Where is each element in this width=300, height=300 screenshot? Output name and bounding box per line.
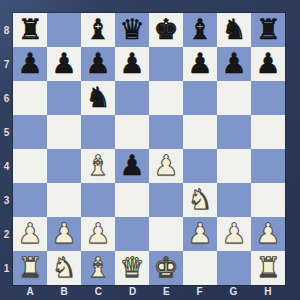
square-g1[interactable]	[217, 251, 251, 285]
rank-label-8: 8	[0, 13, 13, 47]
square-a8[interactable]: ♜	[13, 13, 47, 47]
rank-label-6: 6	[0, 81, 13, 115]
square-g4[interactable]	[217, 149, 251, 183]
square-h8[interactable]: ♜	[251, 13, 285, 47]
square-f3[interactable]: ♞	[183, 183, 217, 217]
black-pawn-piece[interactable]: ♟	[115, 149, 149, 183]
file-label-c: C	[81, 284, 115, 300]
square-c3[interactable]	[81, 183, 115, 217]
rank-label-2: 2	[0, 217, 13, 251]
square-f6[interactable]	[183, 81, 217, 115]
chess-board-frame: 87654321 ♜♝♛♚♝♞♜♟♟♟♟♟♟♟♞♝♟♟♞♟♟♟♟♟♟♜♞♝♛♚♜…	[0, 0, 300, 300]
square-b3[interactable]	[47, 183, 81, 217]
square-e3[interactable]	[149, 183, 183, 217]
square-a7[interactable]: ♟	[13, 47, 47, 81]
square-d8[interactable]: ♛	[115, 13, 149, 47]
square-b2[interactable]: ♟	[47, 217, 81, 251]
square-d2[interactable]	[115, 217, 149, 251]
square-a6[interactable]	[13, 81, 47, 115]
square-g8[interactable]: ♞	[217, 13, 251, 47]
file-label-b: B	[47, 284, 81, 300]
file-label-h: H	[251, 284, 285, 300]
black-pawn-piece[interactable]: ♟	[47, 47, 81, 81]
white-pawn-piece[interactable]: ♟	[217, 217, 251, 251]
square-e2[interactable]	[149, 217, 183, 251]
square-b5[interactable]	[47, 115, 81, 149]
square-h3[interactable]	[251, 183, 285, 217]
white-queen-piece[interactable]: ♛	[115, 251, 149, 285]
white-king-piece[interactable]: ♚	[149, 251, 183, 285]
chess-board: ♜♝♛♚♝♞♜♟♟♟♟♟♟♟♞♝♟♟♞♟♟♟♟♟♟♜♞♝♛♚♜	[13, 13, 285, 285]
rank-label-7: 7	[0, 47, 13, 81]
square-c7[interactable]: ♟	[81, 47, 115, 81]
file-label-f: F	[183, 284, 216, 300]
white-pawn-piece[interactable]: ♟	[149, 149, 183, 183]
black-rook-piece[interactable]: ♜	[13, 13, 47, 47]
square-b6[interactable]	[47, 81, 81, 115]
square-g7[interactable]: ♟	[217, 47, 251, 81]
square-e7[interactable]	[149, 47, 183, 81]
square-c1[interactable]: ♝	[81, 251, 115, 285]
black-bishop-piece[interactable]: ♝	[183, 13, 217, 47]
rank-label-1: 1	[0, 251, 13, 285]
white-bishop-piece[interactable]: ♝	[81, 149, 115, 183]
square-d6[interactable]	[115, 81, 149, 115]
rank-label-3: 3	[0, 183, 13, 217]
square-g3[interactable]	[217, 183, 251, 217]
black-knight-piece[interactable]: ♞	[217, 13, 251, 47]
square-c5[interactable]	[81, 115, 115, 149]
black-pawn-piece[interactable]: ♟	[217, 47, 251, 81]
file-label-g: G	[216, 284, 251, 300]
square-a1[interactable]: ♜	[13, 251, 47, 285]
rank-label-4: 4	[0, 149, 13, 183]
square-f7[interactable]: ♟	[183, 47, 217, 81]
black-pawn-piece[interactable]: ♟	[115, 47, 149, 81]
black-pawn-piece[interactable]: ♟	[251, 47, 285, 81]
file-label-d: D	[115, 284, 149, 300]
square-h6[interactable]	[251, 81, 285, 115]
square-e1[interactable]: ♚	[149, 251, 183, 285]
square-h1[interactable]: ♜	[251, 251, 285, 285]
square-d1[interactable]: ♛	[115, 251, 149, 285]
square-g6[interactable]	[217, 81, 251, 115]
square-g5[interactable]	[217, 115, 251, 149]
square-c6[interactable]: ♞	[81, 81, 115, 115]
square-d7[interactable]: ♟	[115, 47, 149, 81]
square-f2[interactable]: ♟	[183, 217, 217, 251]
black-king-piece[interactable]: ♚	[149, 13, 183, 47]
square-e4[interactable]: ♟	[149, 149, 183, 183]
black-queen-piece[interactable]: ♛	[115, 13, 149, 47]
white-pawn-piece[interactable]: ♟	[81, 217, 115, 251]
square-c4[interactable]: ♝	[81, 149, 115, 183]
white-knight-piece[interactable]: ♞	[47, 251, 81, 285]
square-c2[interactable]: ♟	[81, 217, 115, 251]
black-pawn-piece[interactable]: ♟	[183, 47, 217, 81]
square-b8[interactable]	[47, 13, 81, 47]
square-b4[interactable]	[47, 149, 81, 183]
square-h7[interactable]: ♟	[251, 47, 285, 81]
white-pawn-piece[interactable]: ♟	[183, 217, 217, 251]
rank-labels: 87654321	[0, 13, 13, 285]
square-f4[interactable]	[183, 149, 217, 183]
square-d3[interactable]	[115, 183, 149, 217]
square-d4[interactable]: ♟	[115, 149, 149, 183]
square-f1[interactable]	[183, 251, 217, 285]
square-a3[interactable]	[13, 183, 47, 217]
file-labels: ABCDEFGH	[13, 284, 285, 300]
black-knight-piece[interactable]: ♞	[81, 81, 115, 115]
square-a4[interactable]	[13, 149, 47, 183]
square-f5[interactable]	[183, 115, 217, 149]
square-d5[interactable]	[115, 115, 149, 149]
square-f8[interactable]: ♝	[183, 13, 217, 47]
rank-label-5: 5	[0, 115, 13, 149]
white-pawn-piece[interactable]: ♟	[13, 217, 47, 251]
white-rook-piece[interactable]: ♜	[251, 251, 285, 285]
black-pawn-piece[interactable]: ♟	[13, 47, 47, 81]
file-label-e: E	[150, 284, 184, 300]
black-bishop-piece[interactable]: ♝	[81, 13, 115, 47]
square-c8[interactable]: ♝	[81, 13, 115, 47]
square-h5[interactable]	[251, 115, 285, 149]
square-a2[interactable]: ♟	[13, 217, 47, 251]
white-pawn-piece[interactable]: ♟	[47, 217, 81, 251]
square-h2[interactable]: ♟	[251, 217, 285, 251]
white-rook-piece[interactable]: ♜	[13, 251, 47, 285]
square-a5[interactable]	[13, 115, 47, 149]
square-g2[interactable]: ♟	[217, 217, 251, 251]
square-h4[interactable]	[251, 149, 285, 183]
black-pawn-piece[interactable]: ♟	[81, 47, 115, 81]
white-knight-piece[interactable]: ♞	[183, 183, 217, 217]
black-rook-piece[interactable]: ♜	[251, 13, 285, 47]
square-b1[interactable]: ♞	[47, 251, 81, 285]
file-label-a: A	[13, 284, 47, 300]
square-e6[interactable]	[149, 81, 183, 115]
white-pawn-piece[interactable]: ♟	[251, 217, 285, 251]
square-e8[interactable]: ♚	[149, 13, 183, 47]
square-e5[interactable]	[149, 115, 183, 149]
square-b7[interactable]: ♟	[47, 47, 81, 81]
white-bishop-piece[interactable]: ♝	[81, 251, 115, 285]
